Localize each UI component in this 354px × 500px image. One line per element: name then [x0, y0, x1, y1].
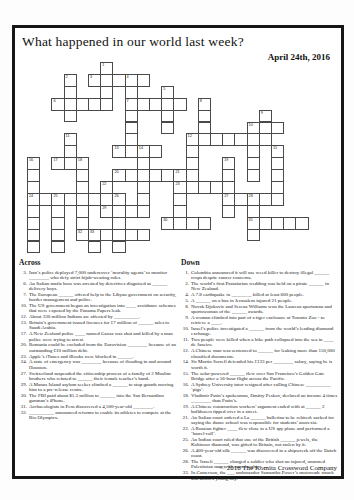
grid-cell[interactable] — [27, 241, 40, 254]
clue-item: 2.The world’s first Pastafarian wedding … — [181, 281, 338, 291]
clue-text: The European ______ offered help to the … — [29, 292, 176, 302]
clue-number: 12. — [19, 314, 27, 319]
grid-cell[interactable] — [198, 133, 211, 146]
cell-number: 3 — [90, 75, 92, 79]
down-clue-list: 1.Colombia announced it will use weed ki… — [181, 270, 338, 481]
grid-cell[interactable] — [186, 217, 199, 230]
clue-text: Apple’s iTunes and iBooks were blocked i… — [29, 354, 134, 359]
clue-text: A Chinese construction workers’ argument… — [191, 404, 325, 414]
clue-text: A state of emergency was ________ becaus… — [29, 359, 171, 369]
clue-text: A 7.8 earthquake in ________ killed at l… — [191, 292, 304, 297]
grid-cell[interactable] — [234, 133, 247, 146]
grid-cell[interactable] — [76, 98, 89, 111]
cell-number: 20 — [114, 170, 118, 174]
clue-text: Sir Martin Sorrell defended his £133 per… — [191, 359, 332, 369]
clue-text: Britain’s government issued licences for… — [29, 320, 169, 330]
grid-cell[interactable] — [125, 169, 138, 182]
clue-number: 14. — [181, 359, 189, 364]
grid-cell[interactable] — [39, 193, 52, 206]
clue-number: 17. — [19, 331, 27, 336]
clue-text: Israel’s police investigated a ______ fr… — [191, 326, 333, 336]
grid-cell[interactable] — [259, 193, 272, 206]
clue-number: 31. — [19, 404, 27, 409]
grid-cell[interactable] — [125, 229, 138, 242]
clue-item: 27.Switzerland suspended the citizenship… — [19, 371, 178, 381]
clue-item: 6.An Italian mafia boss was arrested by … — [19, 281, 178, 291]
grid-cell[interactable] — [198, 181, 211, 194]
clue-text: An Italian mafia boss was arrested by de… — [29, 281, 167, 291]
clue-text: Vladimir Putin’s spokesman, Dmitry Pesko… — [191, 393, 337, 403]
clue-item: 21.An Italian court ordered a La ______ … — [181, 415, 338, 425]
grid-cell[interactable] — [64, 193, 77, 206]
clue-item: 7.The European ______ offered help to th… — [19, 292, 178, 302]
grid-cell[interactable] — [137, 205, 150, 218]
clue-number: 32. — [19, 410, 27, 415]
clue-number: 24. — [19, 359, 27, 364]
grid-cell[interactable] — [173, 98, 186, 111]
grid-cell[interactable] — [137, 98, 150, 111]
grid-cell[interactable] — [88, 241, 101, 254]
cell-number: 4 — [127, 75, 129, 79]
down-header: Down — [181, 258, 338, 267]
clue-item: 10.Israel’s police investigated a ______… — [181, 326, 338, 336]
clue-number: 20. — [19, 342, 27, 347]
clue-text: Two people were killed when a bike path … — [191, 337, 334, 347]
clue-number: 30. — [19, 393, 27, 398]
clue-text: A woman climbed into part of a tiger enc… — [191, 315, 325, 325]
clue-item: 18.Vladimir Putin’s spokesman, Dmitry Pe… — [181, 393, 338, 403]
clue-item: 23.Apple’s iTunes and iBooks were blocke… — [19, 354, 178, 359]
clue-item: 30.The FBI paid about $1.3 million to __… — [19, 393, 178, 403]
clue-number: 19. — [181, 404, 189, 409]
clue-number: 16. — [181, 382, 189, 387]
grid-cell[interactable] — [161, 122, 174, 135]
crossword-grid: 1234567891011121314151617181920212223242… — [0, 0, 354, 260]
clue-text: Colombia announced it will use weed kill… — [191, 270, 329, 280]
cell-number: 10 — [249, 123, 253, 127]
clue-number: 23. — [19, 354, 27, 359]
clue-text: Novak Djokovic and Serena Williams won t… — [191, 304, 332, 314]
clue-number: 12. — [181, 348, 189, 353]
cell-number: 17 — [53, 158, 57, 162]
grid-cell[interactable] — [259, 217, 272, 230]
clue-text: Switzerland suspended the citizenship pr… — [29, 371, 171, 381]
cell-number: 30 — [163, 218, 167, 222]
clue-item: 25.An Indian court ruled that one of the… — [181, 437, 338, 447]
cell-number: 7 — [127, 99, 129, 103]
cell-number: 27 — [224, 194, 228, 198]
clue-item: 1.Colombia announced it will use weed ki… — [181, 270, 338, 280]
clue-number: 15. — [181, 371, 189, 376]
clue-number: 5. — [181, 298, 189, 303]
clue-number: 22. — [181, 426, 189, 431]
cell-number: 25 — [53, 194, 57, 198]
grid-cell[interactable] — [112, 241, 125, 254]
grid-cell[interactable] — [222, 205, 235, 218]
clue-text: A Russian fighter ____ flew close to a U… — [191, 426, 329, 436]
clue-number: 1. — [181, 270, 189, 275]
clue-number: 9. — [181, 315, 189, 320]
clue-item: 16.A Sydney University tutor resigned af… — [181, 382, 338, 392]
clue-number: 10. — [19, 303, 27, 308]
grid-cell[interactable] — [64, 157, 77, 170]
clue-item: 20.Romania could be excluded from the Eu… — [19, 342, 178, 352]
grid-cell[interactable]: 13 — [112, 145, 125, 158]
clue-text: An Indian court ruled that one of the Br… — [191, 437, 318, 447]
clue-item: 10.The US government began an investigat… — [19, 303, 178, 313]
clue-text: The world’s first Pastafarian wedding wa… — [191, 281, 329, 291]
across-section: Across 3.Iran’s police deployed 7,000 un… — [19, 258, 178, 421]
clue-text: A Chinese man was sentenced to ______ fo… — [191, 348, 335, 358]
clue-text: A New Zealand police ____ named Gazza wa… — [29, 331, 173, 341]
clue-text: Archaeologists in Peru discovered a 4,50… — [29, 404, 154, 409]
clue-number: 4. — [181, 292, 189, 297]
clue-number: 11. — [181, 337, 189, 342]
clue-number: 26. — [181, 448, 189, 453]
cell-number: 8 — [200, 99, 202, 103]
cell-number: 19 — [224, 158, 228, 162]
grid-cell[interactable] — [198, 217, 211, 230]
clue-number: 18. — [181, 393, 189, 398]
clue-number: 29. — [19, 382, 27, 387]
cell-number: 15 — [273, 146, 277, 150]
grid-cell[interactable] — [247, 169, 260, 182]
grid-cell[interactable] — [186, 181, 199, 194]
across-clue-list: 3.Iran’s police deployed 7,000 undercove… — [19, 270, 178, 420]
cell-number: 6 — [53, 99, 55, 103]
cell-number: 2 — [66, 75, 68, 79]
copyright-notice: © 2016 The Komita Crossword Company — [220, 464, 337, 472]
clue-item: 26.A 400-year-old silk ______ was discov… — [181, 448, 338, 458]
clue-text: Romania could be excluded from the Eurov… — [29, 342, 176, 352]
grid-cell[interactable] — [100, 229, 113, 242]
clue-item: 13.Britain’s government issued licences … — [19, 320, 178, 330]
clue-number: 25. — [181, 437, 189, 442]
grid-cell[interactable] — [100, 98, 113, 111]
clue-item: 29.A Manus Island asylum seeker climbed … — [19, 382, 178, 392]
grid-cell[interactable] — [283, 217, 296, 230]
grid-cell[interactable]: 32 — [76, 229, 89, 242]
grid-cell[interactable] — [234, 193, 247, 206]
cell-number: 28 — [249, 194, 253, 198]
grid-cell[interactable] — [222, 133, 235, 146]
clue-number: 8. — [181, 304, 189, 309]
grid-cell[interactable]: 17 — [51, 157, 64, 170]
clue-number: 33. — [181, 470, 189, 475]
down-section: Down 1.Colombia announced it will use we… — [181, 258, 338, 481]
cell-number: 9 — [261, 111, 263, 115]
clue-item: 22.A Russian fighter ____ flew close to … — [181, 426, 338, 436]
cell-number: 5 — [163, 87, 165, 91]
grid-cell[interactable]: 6 — [51, 98, 64, 111]
clue-text: The FBI paid about $1.3 million to _____… — [29, 393, 164, 403]
cell-number: 23 — [175, 182, 179, 186]
cell-number: 29 — [102, 206, 106, 210]
grid-cell[interactable] — [271, 122, 284, 135]
clue-item: 31.Archaeologists in Peru discovered a 4… — [19, 404, 178, 409]
clue-text: The solar-powered ______ flew over San F… — [191, 371, 324, 381]
cell-number: 33 — [90, 230, 94, 234]
cell-number: 14 — [139, 146, 143, 150]
grid-cell[interactable] — [247, 229, 260, 242]
grid-cell[interactable]: 30 — [161, 217, 174, 230]
grid-cell[interactable] — [271, 193, 284, 206]
clue-item: 15.The solar-powered ______ flew over Sa… — [181, 371, 338, 381]
clue-text: A ______ on a bus in Jerusalem injured 2… — [191, 298, 292, 303]
cell-number: 22 — [102, 182, 106, 186]
clue-item: 14.Sir Martin Sorrell defended his £133 … — [181, 359, 338, 369]
clue-item: 12.A Chinese man was sentenced to ______… — [181, 348, 338, 358]
across-header: Across — [19, 258, 178, 267]
clue-number: 7. — [19, 292, 27, 297]
clue-item: 11.Two people were killed when a bike pa… — [181, 337, 338, 347]
clue-item: 9.A woman climbed into part of a tiger e… — [181, 315, 338, 325]
cell-number: 18 — [78, 158, 82, 162]
cell-number: 11 — [66, 134, 70, 138]
grid-cell[interactable]: 29 — [100, 205, 113, 218]
grid-cell[interactable] — [161, 169, 174, 182]
cell-number: 12 — [188, 134, 192, 138]
cell-number: 13 — [114, 146, 118, 150]
clue-number: 3. — [19, 270, 27, 275]
clue-item: 8.Novak Djokovic and Serena Williams won… — [181, 304, 338, 314]
grid-cell[interactable] — [295, 217, 308, 230]
cell-number: 24 — [29, 194, 33, 198]
grid-cell[interactable]: 20 — [112, 169, 125, 182]
grid-cell[interactable] — [137, 229, 150, 242]
cell-number: 21 — [175, 170, 179, 174]
cell-number: 16 — [29, 158, 33, 162]
grid-cell[interactable] — [64, 110, 77, 123]
grid-cell[interactable] — [173, 217, 186, 230]
clue-text: About 330 million Indians are affected b… — [29, 314, 140, 319]
clue-item: 24.A state of emergency was ________ bec… — [19, 359, 178, 369]
clue-number: 2. — [181, 281, 189, 286]
clue-number: 6. — [19, 281, 27, 286]
clue-item: 19.A Chinese construction workers’ argum… — [181, 404, 338, 414]
cell-number: 32 — [78, 230, 82, 234]
clue-item: 5.A ______ on a bus in Jerusalem injured… — [181, 298, 338, 303]
clue-number: 27. — [19, 371, 27, 376]
clue-text: The US government began an investigation… — [29, 303, 176, 313]
grid-cell[interactable] — [125, 145, 138, 158]
grid-cell[interactable] — [137, 74, 150, 87]
clue-text: A Sydney University tutor resigned after… — [191, 382, 331, 392]
clue-number: 13. — [19, 320, 27, 325]
clue-text: A 400-year-old silk ______ was discovere… — [191, 448, 336, 458]
clue-number: 10. — [181, 326, 189, 331]
grid-cell[interactable] — [259, 133, 272, 146]
grid-cell[interactable] — [112, 74, 125, 87]
clue-text: Iran’s police deployed 7,000 undercover … — [29, 270, 167, 280]
clue-text: A Manus Island asylum seeker climbed a _… — [29, 382, 173, 392]
clue-item: 3.Iran’s police deployed 7,000 undercove… — [19, 270, 178, 280]
grid-cell[interactable] — [149, 145, 162, 158]
cell-number: 31 — [249, 218, 253, 222]
clue-text: __________ announced reforms to enable i… — [29, 410, 171, 420]
clue-text: An Italian court ordered a La ______ bal… — [191, 415, 334, 425]
grid-cell[interactable] — [51, 241, 64, 254]
clue-item: 32.__________ announced reforms to enabl… — [19, 410, 178, 420]
clue-number: 28. — [181, 459, 189, 464]
cell-number: 1 — [102, 63, 104, 67]
cell-number: 26 — [114, 194, 118, 198]
clue-item: 17.A New Zealand police ____ named Gazza… — [19, 331, 178, 341]
clue-number: 21. — [181, 415, 189, 420]
clue-item: 4.A 7.8 earthquake in ________ killed at… — [181, 292, 338, 297]
grid-cell[interactable] — [125, 205, 138, 218]
clue-item: 12.About 330 million Indians are affecte… — [19, 314, 178, 319]
